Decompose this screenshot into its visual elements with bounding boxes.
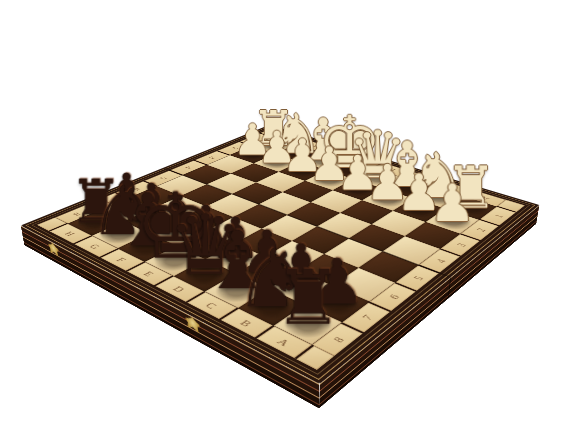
file-label-text: C — [204, 300, 221, 310]
brass-clasp-icon — [47, 241, 60, 259]
rank-label-text: 6 — [385, 293, 401, 301]
pieces-layer: ♜♞♝♛♚♝♞♜♟♟♟♟♟♟♟♟♟♟♟♟♟♟♟♟♜♞♝♛♚♝♞♜ — [68, 137, 496, 345]
rank-label-text: 4 — [183, 165, 194, 169]
brass-clasp-icon — [185, 314, 201, 335]
rank-label-text: 2 — [473, 227, 487, 233]
rank-label-text: 7 — [358, 313, 374, 322]
rank-label-text: 3 — [207, 156, 218, 160]
file-label-text: B — [238, 318, 255, 328]
file-label-text: E — [142, 269, 158, 277]
scene: HGFEDCBA 12345678 12345678 HGFEDCBA ♜♞♝♛… — [0, 0, 573, 429]
rank-label-text: 8 — [329, 334, 346, 343]
rank-label-text: 1 — [491, 213, 505, 218]
fold-seam-edge — [448, 277, 452, 299]
file-label-text: G — [88, 242, 104, 250]
rank-label-text: 4 — [432, 257, 447, 264]
chess-board: HGFEDCBA 12345678 12345678 HGFEDCBA ♜♞♝♛… — [21, 125, 540, 384]
rank-label-text: 5 — [410, 274, 425, 281]
file-label-text: F — [114, 256, 129, 263]
rank-label-text: 3 — [453, 241, 467, 247]
file-label-text: H — [63, 230, 79, 237]
file-label-text: D — [171, 284, 188, 293]
file-label-text: A — [275, 336, 293, 347]
